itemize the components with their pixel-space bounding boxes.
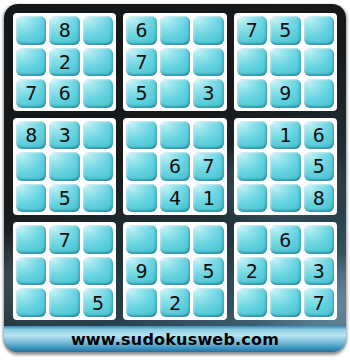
- cell-r4c2[interactable]: 3: [49, 121, 79, 150]
- cell-r2c9[interactable]: [304, 48, 334, 77]
- cell-r4c9[interactable]: 6: [304, 121, 334, 150]
- cell-r7c7[interactable]: [237, 225, 267, 254]
- cell-r8c3[interactable]: [83, 257, 113, 286]
- cell-r7c6[interactable]: [193, 225, 223, 254]
- box-5: 6741: [123, 118, 226, 216]
- cell-r6c2[interactable]: 5: [49, 184, 79, 213]
- cell-r7c9[interactable]: [304, 225, 334, 254]
- cell-r1c6[interactable]: [193, 16, 223, 45]
- box-8: 952: [123, 222, 226, 320]
- cell-r8c7[interactable]: 2: [237, 257, 267, 286]
- cell-r8c9[interactable]: 3: [304, 257, 334, 286]
- cell-r4c4[interactable]: [126, 121, 156, 150]
- cell-r4c3[interactable]: [83, 121, 113, 150]
- cell-r4c6[interactable]: [193, 121, 223, 150]
- cell-r4c7[interactable]: [237, 121, 267, 150]
- cell-r6c6[interactable]: 1: [193, 184, 223, 213]
- cell-r1c4[interactable]: 6: [126, 16, 156, 45]
- cell-r7c8[interactable]: 6: [270, 225, 300, 254]
- cell-r3c4[interactable]: 5: [126, 79, 156, 108]
- cell-r1c8[interactable]: 5: [270, 16, 300, 45]
- cell-r1c5[interactable]: [160, 16, 190, 45]
- cell-r2c5[interactable]: [160, 48, 190, 77]
- cell-r7c1[interactable]: [16, 225, 46, 254]
- cell-r4c1[interactable]: 8: [16, 121, 46, 150]
- box-6: 1658: [234, 118, 337, 216]
- cell-r5c3[interactable]: [83, 152, 113, 181]
- cell-r9c2[interactable]: [49, 288, 79, 317]
- box-2: 6753: [123, 13, 226, 111]
- cell-r2c6[interactable]: [193, 48, 223, 77]
- cell-r6c8[interactable]: [270, 184, 300, 213]
- cell-r6c7[interactable]: [237, 184, 267, 213]
- cell-r5c4[interactable]: [126, 152, 156, 181]
- site-link[interactable]: www.sudokusweb.com: [71, 330, 279, 349]
- cell-r3c2[interactable]: 6: [49, 79, 79, 108]
- cell-r3c1[interactable]: 7: [16, 79, 46, 108]
- cell-r9c1[interactable]: [16, 288, 46, 317]
- cell-r5c1[interactable]: [16, 152, 46, 181]
- cell-r3c6[interactable]: 3: [193, 79, 223, 108]
- cell-r2c7[interactable]: [237, 48, 267, 77]
- cell-r8c6[interactable]: 5: [193, 257, 223, 286]
- cell-r3c5[interactable]: [160, 79, 190, 108]
- cell-r1c1[interactable]: [16, 16, 46, 45]
- cell-r8c5[interactable]: [160, 257, 190, 286]
- cell-r1c3[interactable]: [83, 16, 113, 45]
- cell-r4c5[interactable]: [160, 121, 190, 150]
- cell-r6c5[interactable]: 4: [160, 184, 190, 213]
- cell-r7c3[interactable]: [83, 225, 113, 254]
- cell-r9c9[interactable]: 7: [304, 288, 334, 317]
- sudoku-board: 8276675375983567411658759526237: [4, 4, 346, 326]
- box-9: 6237: [234, 222, 337, 320]
- cell-r7c5[interactable]: [160, 225, 190, 254]
- cell-r9c6[interactable]: [193, 288, 223, 317]
- cell-r2c8[interactable]: [270, 48, 300, 77]
- cell-r3c7[interactable]: [237, 79, 267, 108]
- cell-r3c3[interactable]: [83, 79, 113, 108]
- cell-r2c4[interactable]: 7: [126, 48, 156, 77]
- cell-r8c8[interactable]: [270, 257, 300, 286]
- cell-r5c2[interactable]: [49, 152, 79, 181]
- cell-r3c9[interactable]: [304, 79, 334, 108]
- cell-r1c2[interactable]: 8: [49, 16, 79, 45]
- cell-r7c2[interactable]: 7: [49, 225, 79, 254]
- cell-r3c8[interactable]: 9: [270, 79, 300, 108]
- cell-r9c4[interactable]: [126, 288, 156, 317]
- cell-r2c3[interactable]: [83, 48, 113, 77]
- cell-r5c8[interactable]: [270, 152, 300, 181]
- cell-r5c6[interactable]: 7: [193, 152, 223, 181]
- box-3: 759: [234, 13, 337, 111]
- cell-r9c3[interactable]: 5: [83, 288, 113, 317]
- cell-r6c1[interactable]: [16, 184, 46, 213]
- sudoku-card: 8276675375983567411658759526237 www.sudo…: [4, 4, 346, 352]
- cell-r8c4[interactable]: 9: [126, 257, 156, 286]
- cell-r9c5[interactable]: 2: [160, 288, 190, 317]
- cell-r8c2[interactable]: [49, 257, 79, 286]
- footer-bar: www.sudokusweb.com: [4, 326, 346, 352]
- cell-r5c5[interactable]: 6: [160, 152, 190, 181]
- cell-r2c2[interactable]: 2: [49, 48, 79, 77]
- cell-r6c3[interactable]: [83, 184, 113, 213]
- cell-r9c8[interactable]: [270, 288, 300, 317]
- cell-r6c9[interactable]: 8: [304, 184, 334, 213]
- cell-r6c4[interactable]: [126, 184, 156, 213]
- cell-r2c1[interactable]: [16, 48, 46, 77]
- cell-r4c8[interactable]: 1: [270, 121, 300, 150]
- box-1: 8276: [13, 13, 116, 111]
- cell-r1c7[interactable]: 7: [237, 16, 267, 45]
- cell-r5c9[interactable]: 5: [304, 152, 334, 181]
- cell-r9c7[interactable]: [237, 288, 267, 317]
- box-4: 835: [13, 118, 116, 216]
- cell-r1c9[interactable]: [304, 16, 334, 45]
- cell-r7c4[interactable]: [126, 225, 156, 254]
- cell-r5c7[interactable]: [237, 152, 267, 181]
- cell-r8c1[interactable]: [16, 257, 46, 286]
- box-7: 75: [13, 222, 116, 320]
